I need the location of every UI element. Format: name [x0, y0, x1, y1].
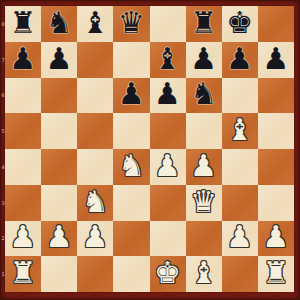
square-a8[interactable]: ♜ [5, 6, 41, 42]
piece-white-bishop-f1[interactable]: ♝ [190, 256, 217, 291]
chess-board: ♜♞♝♛♜♚♟♟♝♟♟♟♟♟♞♝♞♟♟♞♛♟♟♟♟♟♜♚♝♜ [5, 6, 294, 292]
piece-black-knight-f6[interactable]: ♞ [190, 78, 217, 113]
square-a7[interactable]: ♟ [5, 42, 41, 78]
square-h1[interactable]: ♜ [258, 256, 294, 292]
square-c2[interactable]: ♟ [77, 221, 113, 257]
square-e1[interactable]: ♚ [150, 256, 186, 292]
file-label-F: F [201, 294, 207, 300]
piece-white-pawn-c2[interactable]: ♟ [82, 221, 109, 256]
square-a3[interactable] [5, 185, 41, 221]
file-label-E: E [165, 294, 171, 300]
square-g8[interactable]: ♚ [222, 6, 258, 42]
square-b4[interactable] [41, 149, 77, 185]
piece-white-rook-a1[interactable]: ♜ [10, 256, 37, 291]
square-d4[interactable]: ♞ [113, 149, 149, 185]
square-e8[interactable] [150, 6, 186, 42]
piece-white-pawn-b2[interactable]: ♟ [46, 221, 73, 256]
piece-black-queen-d8[interactable]: ♛ [118, 6, 145, 41]
file-label-H: H [273, 294, 279, 300]
square-h2[interactable]: ♟ [258, 221, 294, 257]
piece-white-king-e1[interactable]: ♚ [154, 256, 181, 291]
square-e6[interactable]: ♟ [150, 78, 186, 114]
square-c5[interactable] [77, 113, 113, 149]
square-e7[interactable]: ♝ [150, 42, 186, 78]
square-f2[interactable] [186, 221, 222, 257]
piece-white-pawn-h2[interactable]: ♟ [262, 221, 289, 256]
square-g2[interactable]: ♟ [222, 221, 258, 257]
rank-label-6: 6 [1, 92, 5, 98]
square-a4[interactable] [5, 149, 41, 185]
rank-label-5: 5 [1, 128, 5, 134]
square-c3[interactable]: ♞ [77, 185, 113, 221]
square-d6[interactable]: ♟ [113, 78, 149, 114]
square-b7[interactable]: ♟ [41, 42, 77, 78]
square-h7[interactable]: ♟ [258, 42, 294, 78]
square-f3[interactable]: ♛ [186, 185, 222, 221]
square-h3[interactable] [258, 185, 294, 221]
square-b2[interactable]: ♟ [41, 221, 77, 257]
square-a5[interactable] [5, 113, 41, 149]
piece-white-pawn-a2[interactable]: ♟ [10, 221, 37, 256]
piece-black-rook-f8[interactable]: ♜ [190, 6, 217, 41]
square-d1[interactable] [113, 256, 149, 292]
square-f4[interactable]: ♟ [186, 149, 222, 185]
square-d8[interactable]: ♛ [113, 6, 149, 42]
square-b8[interactable]: ♞ [41, 6, 77, 42]
rank-label-7: 7 [1, 57, 5, 63]
square-f5[interactable] [186, 113, 222, 149]
piece-black-knight-b8[interactable]: ♞ [46, 6, 73, 41]
square-h5[interactable] [258, 113, 294, 149]
piece-white-knight-c3[interactable]: ♞ [82, 185, 109, 220]
piece-black-rook-a8[interactable]: ♜ [10, 6, 37, 41]
piece-white-bishop-g5[interactable]: ♝ [226, 113, 253, 148]
piece-black-pawn-b7[interactable]: ♟ [46, 42, 73, 77]
square-e5[interactable] [150, 113, 186, 149]
piece-white-queen-f3[interactable]: ♛ [190, 185, 217, 220]
piece-black-pawn-h7[interactable]: ♟ [262, 42, 289, 77]
piece-white-pawn-g2[interactable]: ♟ [226, 221, 253, 256]
square-b1[interactable] [41, 256, 77, 292]
file-label-C: C [92, 294, 98, 300]
square-g1[interactable] [222, 256, 258, 292]
piece-white-rook-h1[interactable]: ♜ [262, 256, 289, 291]
rank-label-3: 3 [1, 200, 5, 206]
piece-white-knight-d4[interactable]: ♞ [118, 149, 145, 184]
piece-black-king-g8[interactable]: ♚ [226, 6, 253, 41]
square-c1[interactable] [77, 256, 113, 292]
square-c4[interactable] [77, 149, 113, 185]
square-g3[interactable] [222, 185, 258, 221]
rank-label-8: 8 [1, 21, 5, 27]
piece-black-pawn-a7[interactable]: ♟ [10, 42, 37, 77]
square-d5[interactable] [113, 113, 149, 149]
piece-black-pawn-d6[interactable]: ♟ [118, 78, 145, 113]
square-c6[interactable] [77, 78, 113, 114]
piece-white-pawn-e4[interactable]: ♟ [154, 149, 181, 184]
square-c7[interactable] [77, 42, 113, 78]
square-d2[interactable] [113, 221, 149, 257]
square-h8[interactable] [258, 6, 294, 42]
square-e3[interactable] [150, 185, 186, 221]
rank-label-1: 1 [1, 271, 5, 277]
square-f1[interactable]: ♝ [186, 256, 222, 292]
square-g5[interactable]: ♝ [222, 113, 258, 149]
rank-label-2: 2 [1, 235, 5, 241]
file-label-D: D [128, 294, 134, 300]
piece-black-bishop-e7[interactable]: ♝ [154, 42, 181, 77]
square-f8[interactable]: ♜ [186, 6, 222, 42]
square-c8[interactable]: ♝ [77, 6, 113, 42]
chess-board-frame: ♜♞♝♛♜♚♟♟♝♟♟♟♟♟♞♝♞♟♟♞♛♟♟♟♟♟♜♚♝♜ 87654321 … [0, 0, 300, 300]
square-g6[interactable] [222, 78, 258, 114]
square-g4[interactable] [222, 149, 258, 185]
square-f7[interactable]: ♟ [186, 42, 222, 78]
rank-label-4: 4 [1, 164, 5, 170]
square-a2[interactable]: ♟ [5, 221, 41, 257]
file-label-G: G [237, 294, 243, 300]
square-f6[interactable]: ♞ [186, 78, 222, 114]
square-d7[interactable] [113, 42, 149, 78]
file-label-A: A [20, 294, 26, 300]
square-e2[interactable] [150, 221, 186, 257]
piece-black-pawn-e6[interactable]: ♟ [154, 78, 181, 113]
file-label-B: B [56, 294, 62, 300]
square-b6[interactable] [41, 78, 77, 114]
piece-black-bishop-c8[interactable]: ♝ [82, 6, 109, 41]
square-b5[interactable] [41, 113, 77, 149]
square-a1[interactable]: ♜ [5, 256, 41, 292]
square-b3[interactable] [41, 185, 77, 221]
square-g7[interactable]: ♟ [222, 42, 258, 78]
piece-black-pawn-f7[interactable]: ♟ [190, 42, 217, 77]
square-h6[interactable] [258, 78, 294, 114]
square-d3[interactable] [113, 185, 149, 221]
piece-white-pawn-f4[interactable]: ♟ [190, 149, 217, 184]
square-e4[interactable]: ♟ [150, 149, 186, 185]
piece-black-pawn-g7[interactable]: ♟ [226, 42, 253, 77]
square-a6[interactable] [5, 78, 41, 114]
square-h4[interactable] [258, 149, 294, 185]
